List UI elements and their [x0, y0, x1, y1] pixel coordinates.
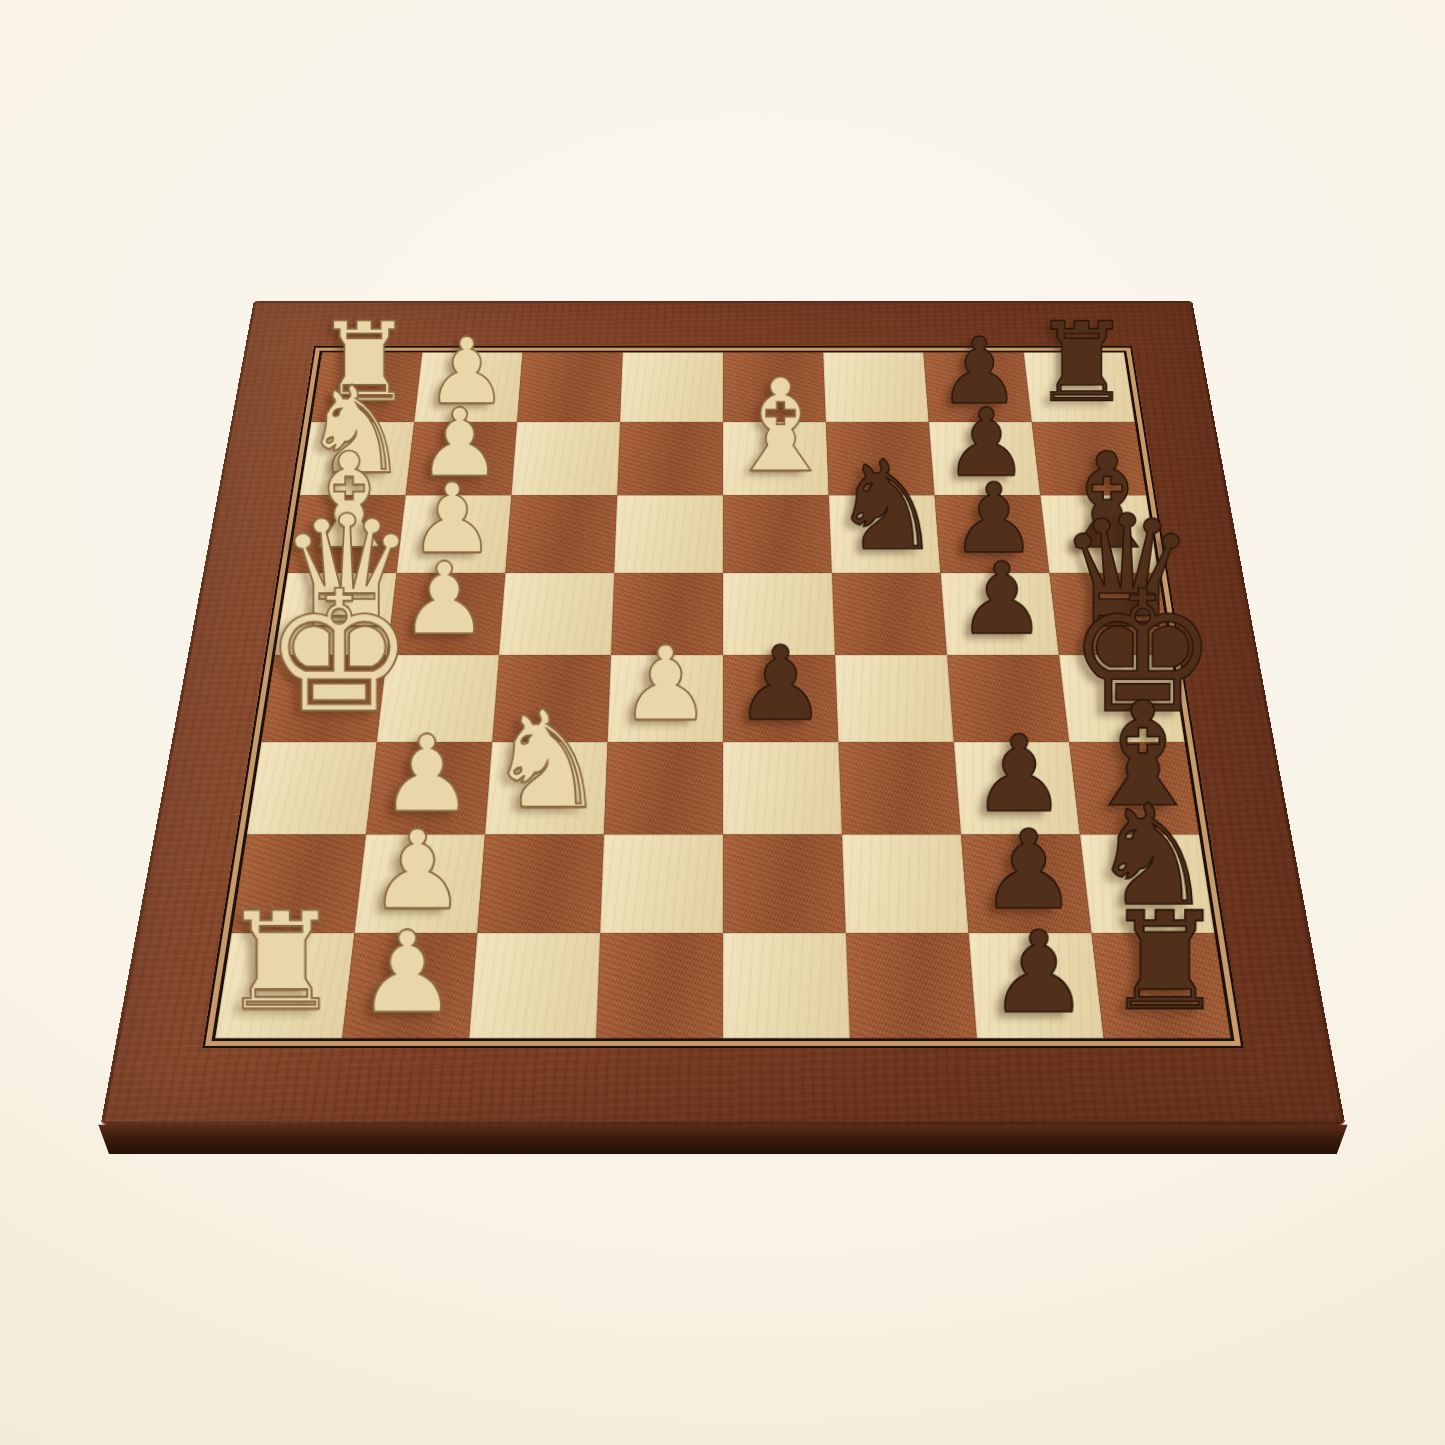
square-a3[interactable]: [517, 352, 623, 422]
square-h6[interactable]: [845, 933, 976, 1038]
square-b4[interactable]: [617, 422, 723, 495]
chessboard: ♜♟♟♜♞♟♝♟♝♟♞♟♝♛♟♟♛♚♟♟♚♟♞♟♝♟♟♞♜♟♟♜: [100, 301, 1345, 1125]
square-d6[interactable]: [831, 573, 946, 655]
square-d3[interactable]: [499, 573, 614, 655]
piece-white-knight-f3[interactable]: ♞: [486, 696, 604, 825]
board-front-edge: [98, 1125, 1347, 1154]
square-h7[interactable]: ♟: [968, 933, 1103, 1038]
square-g3[interactable]: [477, 835, 604, 933]
square-b3[interactable]: [511, 422, 620, 495]
square-c4[interactable]: [614, 495, 723, 573]
square-e6[interactable]: [835, 655, 954, 742]
square-f3[interactable]: ♞: [485, 742, 608, 835]
square-h4[interactable]: [596, 933, 723, 1038]
square-h8[interactable]: ♜: [1091, 933, 1230, 1038]
piece-white-king-e1[interactable]: ♚: [263, 573, 378, 733]
square-g4[interactable]: [600, 835, 723, 933]
square-g5[interactable]: [723, 835, 846, 933]
piece-black-pawn-d7[interactable]: ♟: [945, 551, 1056, 646]
scene: ♜♟♟♜♞♟♝♟♝♟♞♟♝♛♟♟♛♚♟♟♚♟♞♟♝♟♟♞♜♟♟♜: [0, 0, 1445, 1445]
piece-black-rook-h8[interactable]: ♜: [1101, 897, 1227, 1026]
piece-white-pawn-e4[interactable]: ♟: [608, 635, 723, 732]
square-a8[interactable]: ♜: [1023, 352, 1134, 422]
piece-white-bishop-b5[interactable]: ♝: [723, 366, 828, 487]
square-h2[interactable]: ♟: [342, 933, 477, 1038]
piece-black-rook-a8[interactable]: ♜: [1030, 310, 1132, 414]
square-h3[interactable]: [469, 933, 600, 1038]
square-h1[interactable]: ♜: [215, 933, 354, 1038]
square-h5[interactable]: [723, 933, 850, 1038]
square-g6[interactable]: [841, 835, 968, 933]
piece-white-rook-h1[interactable]: ♜: [218, 897, 344, 1026]
playing-area: ♜♟♟♜♞♟♝♟♝♟♞♟♝♛♟♟♛♚♟♟♚♟♞♟♝♟♟♞♜♟♟♜: [211, 351, 1234, 1041]
piece-white-pawn-h2[interactable]: ♟: [344, 919, 470, 1026]
square-f6[interactable]: [838, 742, 961, 835]
square-f4[interactable]: [604, 742, 723, 835]
square-a6[interactable]: [823, 352, 929, 422]
square-f5[interactable]: [723, 742, 842, 835]
board-frame: ♜♟♟♜♞♟♝♟♝♟♞♟♝♛♟♟♛♚♟♟♚♟♞♟♝♟♟♞♜♟♟♜: [100, 301, 1345, 1125]
piece-black-knight-c6[interactable]: ♞: [831, 447, 939, 565]
piece-black-pawn-h7[interactable]: ♟: [975, 919, 1101, 1026]
square-e5[interactable]: ♟: [723, 655, 838, 742]
piece-black-pawn-e5[interactable]: ♟: [723, 635, 838, 732]
square-d7[interactable]: ♟: [940, 573, 1058, 655]
square-c6[interactable]: ♞: [828, 495, 940, 573]
square-c3[interactable]: [505, 495, 617, 573]
square-e4[interactable]: ♟: [607, 655, 722, 742]
square-a4[interactable]: [620, 352, 723, 422]
square-b5[interactable]: ♝: [723, 422, 829, 495]
square-c5[interactable]: [723, 495, 832, 573]
